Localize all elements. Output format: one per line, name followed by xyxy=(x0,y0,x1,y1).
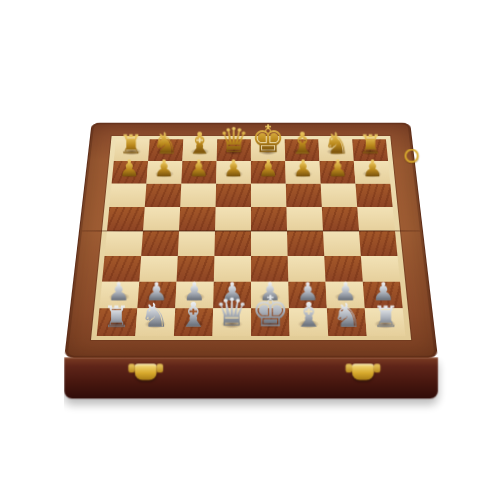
square-b1[interactable]: ♞ xyxy=(135,308,175,336)
piece-gold-king[interactable]: ♚ xyxy=(251,120,285,158)
piece-gold-queen[interactable]: ♛ xyxy=(219,124,250,158)
piece-gold-pawn[interactable]: ♟ xyxy=(327,157,348,180)
piece-gold-pawn[interactable]: ♟ xyxy=(188,157,209,180)
square-h6[interactable] xyxy=(355,184,392,207)
square-e5[interactable] xyxy=(251,207,287,231)
square-a5[interactable] xyxy=(107,207,145,231)
square-d5[interactable] xyxy=(215,207,251,231)
scene: ♜♞♝♛♚♝♞♜♟♟♟♟♟♟♟♟♟♟♟♟♟♟♟♟♜♞♝♛♚♝♞♜ xyxy=(0,0,500,493)
piece-silver-bishop[interactable]: ♝ xyxy=(293,298,324,332)
square-h4[interactable] xyxy=(359,231,397,256)
square-b4[interactable] xyxy=(141,231,179,256)
piece-gold-pawn[interactable]: ♟ xyxy=(223,157,244,180)
piece-silver-king[interactable]: ♚ xyxy=(251,289,289,332)
square-g7[interactable]: ♟ xyxy=(320,161,356,184)
square-c5[interactable] xyxy=(179,207,216,231)
piece-gold-pawn[interactable]: ♟ xyxy=(362,157,383,180)
piece-gold-knight[interactable]: ♞ xyxy=(323,129,349,158)
square-h1[interactable]: ♜ xyxy=(365,308,406,336)
piece-silver-knight[interactable]: ♞ xyxy=(140,299,170,332)
square-d4[interactable] xyxy=(214,231,251,256)
square-e1[interactable]: ♚ xyxy=(251,308,290,336)
square-g5[interactable] xyxy=(322,207,359,231)
square-b5[interactable] xyxy=(143,207,180,231)
board-margin: ♜♞♝♛♚♝♞♜♟♟♟♟♟♟♟♟♟♟♟♟♟♟♟♟♜♞♝♛♚♝♞♜ xyxy=(91,136,411,340)
piece-gold-rook[interactable]: ♜ xyxy=(359,131,383,158)
square-c6[interactable] xyxy=(180,184,216,207)
latch-left-icon xyxy=(135,364,157,380)
piece-silver-queen[interactable]: ♛ xyxy=(215,294,250,332)
piece-gold-pawn[interactable]: ♟ xyxy=(258,157,279,180)
piece-gold-pawn[interactable]: ♟ xyxy=(119,157,140,180)
square-a4[interactable] xyxy=(105,231,143,256)
square-a7[interactable]: ♟ xyxy=(112,161,148,184)
ring-pull-icon xyxy=(404,149,418,163)
piece-gold-pawn[interactable]: ♟ xyxy=(293,157,314,180)
product-photo: ♜♞♝♛♚♝♞♜♟♟♟♟♟♟♟♟♟♟♟♟♟♟♟♟♜♞♝♛♚♝♞♜ xyxy=(0,0,500,493)
square-h7[interactable]: ♟ xyxy=(354,161,391,184)
square-e4[interactable] xyxy=(251,231,288,256)
square-c1[interactable]: ♝ xyxy=(174,308,213,336)
square-c7[interactable]: ♟ xyxy=(181,161,216,184)
square-g6[interactable] xyxy=(321,184,358,207)
square-d1[interactable]: ♛ xyxy=(212,308,251,336)
square-d6[interactable] xyxy=(216,184,251,207)
piece-gold-bishop[interactable]: ♝ xyxy=(289,128,316,158)
piece-silver-bishop[interactable]: ♝ xyxy=(178,298,209,332)
square-g1[interactable]: ♞ xyxy=(327,308,367,336)
chess-box: ♜♞♝♛♚♝♞♜♟♟♟♟♟♟♟♟♟♟♟♟♟♟♟♟♜♞♝♛♚♝♞♜ xyxy=(64,123,438,359)
square-c4[interactable] xyxy=(178,231,215,256)
square-f1[interactable]: ♝ xyxy=(289,308,328,336)
piece-gold-bishop[interactable]: ♝ xyxy=(186,128,213,158)
square-a1[interactable]: ♜ xyxy=(97,308,138,336)
box-front-face xyxy=(64,357,438,398)
piece-silver-rook[interactable]: ♜ xyxy=(372,302,399,332)
square-g4[interactable] xyxy=(323,231,361,256)
square-f4[interactable] xyxy=(287,231,324,256)
square-d7[interactable]: ♟ xyxy=(216,161,251,184)
square-b7[interactable]: ♟ xyxy=(146,161,182,184)
piece-gold-rook[interactable]: ♜ xyxy=(119,131,143,158)
piece-silver-knight[interactable]: ♞ xyxy=(332,299,362,332)
piece-silver-rook[interactable]: ♜ xyxy=(103,302,130,332)
square-b6[interactable] xyxy=(145,184,182,207)
square-e7[interactable]: ♟ xyxy=(251,161,286,184)
chess-board: ♜♞♝♛♚♝♞♜♟♟♟♟♟♟♟♟♟♟♟♟♟♟♟♟♜♞♝♛♚♝♞♜ xyxy=(97,139,406,336)
square-h5[interactable] xyxy=(357,207,395,231)
square-a6[interactable] xyxy=(109,184,146,207)
piece-gold-knight[interactable]: ♞ xyxy=(152,129,178,158)
piece-gold-pawn[interactable]: ♟ xyxy=(154,157,175,180)
square-f6[interactable] xyxy=(286,184,322,207)
square-e6[interactable] xyxy=(251,184,286,207)
square-f7[interactable]: ♟ xyxy=(285,161,320,184)
square-f5[interactable] xyxy=(286,207,323,231)
latch-right-icon xyxy=(352,364,374,380)
